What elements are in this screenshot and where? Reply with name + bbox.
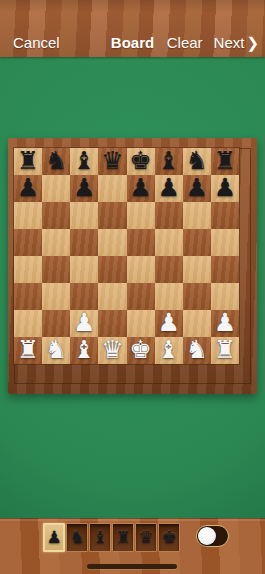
chess-board: ♜♞♝♛♚♝♞♜♟♟♟♟♟♟♟♟♟♜♞♝♛♚♝♞♜ (8, 138, 257, 394)
piece-white-pawn: ♟ (214, 310, 236, 335)
square-d7[interactable] (98, 175, 126, 202)
piece-white-knight: ♞ (45, 337, 67, 362)
square-c7[interactable]: ♟ (70, 175, 98, 202)
piece-white-rook: ♜ (17, 337, 39, 362)
square-b2[interactable] (42, 310, 70, 337)
piece-black-bishop: ♝ (73, 148, 95, 173)
piece-black-knight: ♞ (69, 529, 84, 546)
square-h3[interactable] (211, 283, 239, 310)
square-f8[interactable]: ♝ (155, 148, 183, 175)
piece-black-queen: ♛ (138, 529, 153, 546)
toggle-knob (198, 527, 216, 545)
piece-black-pawn: ♟ (129, 175, 151, 200)
tray-slot-black-pawn[interactable]: ♟ (43, 523, 65, 552)
square-g5[interactable] (183, 229, 211, 256)
piece-black-knight: ♞ (186, 148, 208, 173)
board-editor-screen: Cancel Board Clear Next ❯ ♜♞♝♛♚♝♞♜♟♟♟♟♟♟… (0, 0, 265, 574)
square-f3[interactable] (155, 283, 183, 310)
piece-black-pawn: ♟ (186, 175, 208, 200)
square-d4[interactable] (98, 256, 126, 283)
home-indicator-bar (87, 564, 177, 569)
square-c6[interactable] (70, 202, 98, 229)
square-c5[interactable] (70, 229, 98, 256)
square-d8[interactable]: ♛ (98, 148, 126, 175)
square-a2[interactable] (14, 310, 42, 337)
square-d1[interactable]: ♛ (98, 337, 126, 364)
tray-slot-black-rook[interactable]: ♜ (112, 523, 134, 552)
square-g3[interactable] (183, 283, 211, 310)
square-d6[interactable] (98, 202, 126, 229)
square-f5[interactable] (155, 229, 183, 256)
square-a8[interactable]: ♜ (14, 148, 42, 175)
piece-black-king: ♚ (129, 148, 151, 173)
square-f7[interactable]: ♟ (155, 175, 183, 202)
square-f2[interactable]: ♟ (155, 310, 183, 337)
tray-slot-black-queen[interactable]: ♛ (135, 523, 157, 552)
nav-bar: Cancel Board Clear Next ❯ (0, 0, 265, 57)
piece-black-queen: ♛ (101, 148, 123, 173)
square-d3[interactable] (98, 283, 126, 310)
piece-black-rook: ♜ (115, 529, 130, 546)
square-d2[interactable] (98, 310, 126, 337)
square-c2[interactable]: ♟ (70, 310, 98, 337)
square-h7[interactable]: ♟ (211, 175, 239, 202)
piece-black-pawn: ♟ (73, 175, 95, 200)
piece-black-rook: ♜ (214, 148, 236, 173)
chess-board-grid: ♜♞♝♛♚♝♞♜♟♟♟♟♟♟♟♟♟♜♞♝♛♚♝♞♜ (14, 148, 239, 364)
piece-white-queen: ♛ (101, 337, 123, 362)
square-g2[interactable] (183, 310, 211, 337)
square-a3[interactable] (14, 283, 42, 310)
square-f1[interactable]: ♝ (155, 337, 183, 364)
square-b7[interactable] (42, 175, 70, 202)
tray-slot-black-knight[interactable]: ♞ (66, 523, 88, 552)
piece-white-rook: ♜ (214, 337, 236, 362)
piece-white-bishop: ♝ (73, 337, 95, 362)
piece-black-rook: ♜ (17, 148, 39, 173)
square-h2[interactable]: ♟ (211, 310, 239, 337)
square-h5[interactable] (211, 229, 239, 256)
piece-black-knight: ♞ (45, 148, 67, 173)
piece-black-bishop: ♝ (92, 529, 107, 546)
piece-black-pawn: ♟ (17, 175, 39, 200)
square-a6[interactable] (14, 202, 42, 229)
square-g4[interactable] (183, 256, 211, 283)
square-f4[interactable] (155, 256, 183, 283)
square-h6[interactable] (211, 202, 239, 229)
spare-piece-slots: ♟♞♝♜♛♚ (43, 523, 180, 552)
square-e4[interactable] (127, 256, 155, 283)
square-c1[interactable]: ♝ (70, 337, 98, 364)
square-e8[interactable]: ♚ (127, 148, 155, 175)
square-b6[interactable] (42, 202, 70, 229)
square-a1[interactable]: ♜ (14, 337, 42, 364)
square-g1[interactable]: ♞ (183, 337, 211, 364)
next-button-label: Next (214, 33, 245, 53)
square-c4[interactable] (70, 256, 98, 283)
square-g6[interactable] (183, 202, 211, 229)
square-e1[interactable]: ♚ (127, 337, 155, 364)
piece-white-bishop: ♝ (157, 337, 179, 362)
square-e6[interactable] (127, 202, 155, 229)
square-b5[interactable] (42, 229, 70, 256)
square-b8[interactable]: ♞ (42, 148, 70, 175)
piece-white-knight: ♞ (186, 337, 208, 362)
square-h4[interactable] (211, 256, 239, 283)
next-button[interactable]: Next ❯ (214, 33, 259, 53)
square-b3[interactable] (42, 283, 70, 310)
square-c3[interactable] (70, 283, 98, 310)
piece-black-pawn: ♟ (157, 175, 179, 200)
square-e2[interactable] (127, 310, 155, 337)
square-g8[interactable]: ♞ (183, 148, 211, 175)
square-e7[interactable]: ♟ (127, 175, 155, 202)
piece-white-king: ♚ (129, 337, 151, 362)
square-c8[interactable]: ♝ (70, 148, 98, 175)
spare-piece-tray: ♟♞♝♜♛♚ (0, 518, 265, 574)
piece-white-pawn: ♟ (157, 310, 179, 335)
square-e3[interactable] (127, 283, 155, 310)
piece-white-pawn: ♟ (73, 310, 95, 335)
piece-black-bishop: ♝ (157, 148, 179, 173)
piece-black-king: ♚ (161, 529, 176, 546)
tray-slot-black-king[interactable]: ♚ (158, 523, 180, 552)
piece-black-pawn: ♟ (214, 175, 236, 200)
square-f6[interactable] (155, 202, 183, 229)
tray-slot-black-bishop[interactable]: ♝ (89, 523, 111, 552)
square-h1[interactable]: ♜ (211, 337, 239, 364)
square-e5[interactable] (127, 229, 155, 256)
square-h8[interactable]: ♜ (211, 148, 239, 175)
square-g7[interactable]: ♟ (183, 175, 211, 202)
square-a7[interactable]: ♟ (14, 175, 42, 202)
square-b1[interactable]: ♞ (42, 337, 70, 364)
piece-color-toggle[interactable] (196, 525, 229, 547)
square-a5[interactable] (14, 229, 42, 256)
clear-button[interactable]: Clear (167, 33, 203, 53)
square-d5[interactable] (98, 229, 126, 256)
nav-right-group: Clear Next ❯ (167, 33, 259, 53)
square-a4[interactable] (14, 256, 42, 283)
square-b4[interactable] (42, 256, 70, 283)
chevron-right-icon: ❯ (246, 34, 259, 52)
piece-black-pawn: ♟ (46, 529, 61, 546)
